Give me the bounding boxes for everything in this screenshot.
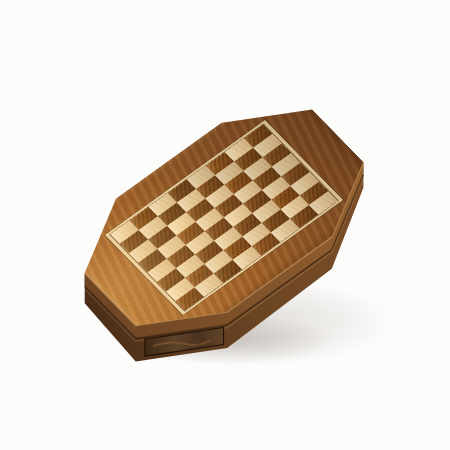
product-photo-stage <box>0 0 450 450</box>
